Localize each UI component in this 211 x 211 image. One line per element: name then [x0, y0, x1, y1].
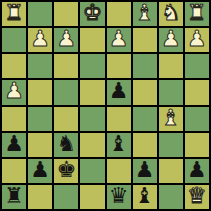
black-rook-piece[interactable]: ♜ [4, 185, 24, 207]
white-pawn-piece[interactable]: ♟ [187, 28, 207, 50]
square-a8[interactable]: ♜ [2, 2, 26, 26]
square-d8[interactable]: ♚ [80, 2, 104, 26]
white-king-piece[interactable]: ♚ [83, 2, 103, 24]
square-b7[interactable]: ♟ [28, 28, 52, 52]
square-b1[interactable] [28, 185, 52, 209]
white-knight-piece[interactable]: ♞ [161, 2, 181, 24]
white-pawn-piece[interactable]: ♟ [56, 28, 76, 50]
black-bishop-piece[interactable]: ♝ [109, 133, 129, 155]
square-e6[interactable] [107, 54, 131, 78]
square-a5[interactable]: ♟ [2, 80, 26, 104]
square-d2[interactable] [80, 159, 104, 183]
square-g3[interactable] [159, 133, 183, 157]
black-pawn-piece[interactable]: ♟ [4, 133, 24, 155]
square-a3[interactable]: ♟ [2, 133, 26, 157]
white-pawn-piece[interactable]: ♟ [161, 28, 181, 50]
square-b3[interactable] [28, 133, 52, 157]
black-king-piece[interactable]: ♚ [56, 159, 76, 181]
square-e7[interactable]: ♟ [107, 28, 131, 52]
square-f8[interactable]: ♝ [133, 2, 157, 26]
black-pawn-piece[interactable]: ♟ [135, 159, 155, 181]
square-h5[interactable] [185, 80, 209, 104]
square-a1[interactable]: ♜ [2, 185, 26, 209]
white-rook-piece[interactable]: ♜ [4, 2, 24, 24]
square-d7[interactable] [80, 28, 104, 52]
square-d3[interactable] [80, 133, 104, 157]
square-c3[interactable]: ♞ [54, 133, 78, 157]
square-g8[interactable]: ♞ [159, 2, 183, 26]
square-d6[interactable] [80, 54, 104, 78]
square-b4[interactable] [28, 107, 52, 131]
white-pawn-piece[interactable]: ♟ [109, 28, 129, 50]
square-g6[interactable] [159, 54, 183, 78]
white-pawn-piece[interactable]: ♟ [30, 28, 50, 50]
white-bishop-piece[interactable]: ♝ [135, 2, 155, 24]
square-e5[interactable]: ♟ [107, 80, 131, 104]
square-c8[interactable] [54, 2, 78, 26]
square-f4[interactable] [133, 107, 157, 131]
square-h2[interactable]: ♟ [185, 159, 209, 183]
square-e3[interactable]: ♝ [107, 133, 131, 157]
square-d1[interactable] [80, 185, 104, 209]
black-pawn-piece[interactable]: ♟ [109, 80, 129, 102]
square-c6[interactable] [54, 54, 78, 78]
square-f1[interactable]: ♝ [133, 185, 157, 209]
square-a2[interactable] [2, 159, 26, 183]
black-bishop-piece[interactable]: ♝ [135, 185, 155, 207]
square-e8[interactable] [107, 2, 131, 26]
square-b5[interactable] [28, 80, 52, 104]
square-h6[interactable] [185, 54, 209, 78]
square-e2[interactable] [107, 159, 131, 183]
black-knight-piece[interactable]: ♞ [56, 133, 76, 155]
square-a7[interactable] [2, 28, 26, 52]
square-f7[interactable] [133, 28, 157, 52]
square-d4[interactable] [80, 107, 104, 131]
white-queen-piece[interactable]: ♛ [187, 185, 207, 207]
white-bishop-piece[interactable]: ♝ [161, 107, 181, 129]
square-a4[interactable] [2, 107, 26, 131]
square-d5[interactable] [80, 80, 104, 104]
square-h3[interactable] [185, 133, 209, 157]
black-queen-piece[interactable]: ♛ [109, 185, 129, 207]
square-c4[interactable] [54, 107, 78, 131]
square-a6[interactable] [2, 54, 26, 78]
chess-board: ♜♚♝♞♜♟♟♟♟♟♟♟♝♟♞♝♟♚♟♟♜♛♝♛ [0, 0, 211, 211]
square-f5[interactable] [133, 80, 157, 104]
square-b2[interactable]: ♟ [28, 159, 52, 183]
square-h8[interactable]: ♜ [185, 2, 209, 26]
white-rook-piece[interactable]: ♜ [187, 2, 207, 24]
black-pawn-piece[interactable]: ♟ [187, 159, 207, 181]
square-c5[interactable] [54, 80, 78, 104]
square-g4[interactable]: ♝ [159, 107, 183, 131]
square-g5[interactable] [159, 80, 183, 104]
square-c7[interactable]: ♟ [54, 28, 78, 52]
black-pawn-piece[interactable]: ♟ [30, 159, 50, 181]
square-g2[interactable] [159, 159, 183, 183]
square-f2[interactable]: ♟ [133, 159, 157, 183]
square-e1[interactable]: ♛ [107, 185, 131, 209]
square-h1[interactable]: ♛ [185, 185, 209, 209]
square-g7[interactable]: ♟ [159, 28, 183, 52]
square-b6[interactable] [28, 54, 52, 78]
square-h7[interactable]: ♟ [185, 28, 209, 52]
square-h4[interactable] [185, 107, 209, 131]
square-b8[interactable] [28, 2, 52, 26]
square-g1[interactable] [159, 185, 183, 209]
square-f6[interactable] [133, 54, 157, 78]
square-e4[interactable] [107, 107, 131, 131]
square-f3[interactable] [133, 133, 157, 157]
square-c2[interactable]: ♚ [54, 159, 78, 183]
square-c1[interactable] [54, 185, 78, 209]
white-pawn-piece[interactable]: ♟ [4, 80, 24, 102]
